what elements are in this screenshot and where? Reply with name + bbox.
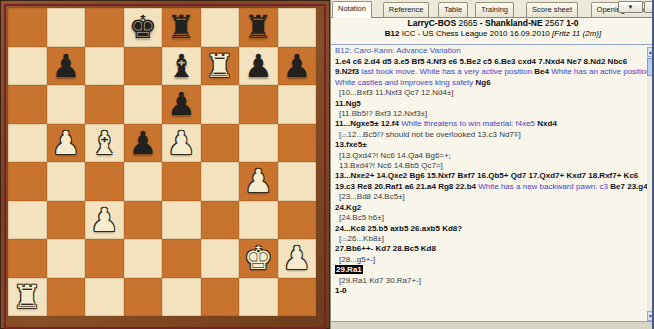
- square-h3[interactable]: [278, 201, 317, 240]
- square-b6[interactable]: [47, 85, 86, 124]
- square-h8[interactable]: [278, 8, 317, 47]
- notation-line[interactable]: 13.Bxd4?! Nc6 14.Bb5 Qc7=]: [331, 161, 647, 171]
- move-text[interactable]: 11...Ngxe5± 12.f4: [335, 119, 399, 128]
- header-text: 1-0: [564, 18, 579, 28]
- black-rook-g8[interactable]: ♜: [244, 8, 273, 47]
- tab-table[interactable]: Table: [438, 2, 468, 17]
- notation-line[interactable]: 1-0: [331, 286, 647, 296]
- square-e3[interactable]: [162, 201, 201, 240]
- square-g7[interactable]: ♟: [239, 47, 278, 86]
- square-b1[interactable]: [47, 278, 86, 317]
- notation-line[interactable]: 11...Ngxe5± 12.f4 White threatens to win…: [331, 119, 647, 129]
- annotation-text[interactable]: White has an active position: [551, 67, 647, 76]
- header-divider: [331, 44, 654, 45]
- square-d5[interactable]: ♟: [124, 124, 163, 163]
- move-text[interactable]: [28...g5+-]: [339, 255, 375, 264]
- notation-panel: NotationReferenceTableTrainingScore shee…: [330, 0, 654, 329]
- notation-line[interactable]: 27.Bb6++- Kd7 28.Bc5 Kd8: [331, 244, 647, 254]
- event-line: B12 ICC - US Chess League 2010 16.09.201…: [331, 29, 654, 39]
- notation-line[interactable]: 11.Ng5: [331, 99, 647, 109]
- header-text: Shankland-NE: [483, 18, 543, 28]
- square-d6[interactable]: [124, 85, 163, 124]
- black-pawn-d5[interactable]: ♟: [128, 124, 157, 163]
- notation-line[interactable]: 13.fxe5±: [331, 140, 647, 150]
- square-b5[interactable]: ♟: [47, 124, 86, 163]
- notation-line[interactable]: 1.e4 c6 2.d4 d5 3.e5 Bf5 4.Nf3 e6 5.Be2 …: [331, 57, 647, 67]
- header-text: B12: [385, 29, 400, 38]
- square-d7[interactable]: [124, 47, 163, 86]
- square-d3[interactable]: [124, 201, 163, 240]
- white-rook-a1[interactable]: ♜: [13, 278, 42, 317]
- square-c4[interactable]: [85, 162, 124, 201]
- square-e2[interactable]: [162, 239, 201, 278]
- square-f2[interactable]: [201, 239, 240, 278]
- move-text[interactable]: 9.N2f3: [335, 67, 359, 76]
- opening-name: B12: Caro-Kann: Advance Variation: [335, 46, 461, 56]
- notation-line[interactable]: [13.Qxd4?! Nc6 14.Qa4 Bg6=+;: [331, 151, 647, 161]
- move-text[interactable]: 1.e4 c6 2.d4 d5 3.e5 Bf5 4.Nf3 e6 5.Be2 …: [335, 57, 627, 66]
- square-g3[interactable]: [239, 201, 278, 240]
- square-h4[interactable]: [278, 162, 317, 201]
- notation-line[interactable]: 29.Ra1: [331, 265, 647, 275]
- square-f6[interactable]: [201, 85, 240, 124]
- notation-line[interactable]: 24...Kc8 25.b5 axb5 26.axb5 Kd8?: [331, 224, 647, 234]
- notation-line[interactable]: 19.c3 Re8 20.Raf1 a6 21.a4 Rg8 22.b4 Whi…: [331, 182, 647, 192]
- square-f1[interactable]: [201, 278, 240, 317]
- annotation-text[interactable]: White castles and improves king safety: [335, 78, 473, 87]
- square-d4[interactable]: [124, 162, 163, 201]
- tab-notation[interactable]: Notation: [332, 1, 372, 18]
- square-b8[interactable]: [47, 8, 86, 47]
- square-e6[interactable]: ♟: [162, 85, 201, 124]
- square-a3[interactable]: [8, 201, 47, 240]
- square-c2[interactable]: [85, 239, 124, 278]
- notation-line[interactable]: [29.Ra1 Kd7 30.Ra7+-]: [331, 276, 647, 286]
- tab-bar: NotationReferenceTableTrainingScore shee…: [331, 0, 654, 18]
- square-a2[interactable]: [8, 239, 47, 278]
- move-text[interactable]: Nxd4: [537, 119, 557, 128]
- move-text[interactable]: 13.Bxd4?! Nc6 14.Bb5 Qc7=]: [339, 161, 443, 170]
- square-g8[interactable]: ♜: [239, 8, 278, 47]
- square-f7[interactable]: ♜: [201, 47, 240, 86]
- square-e4[interactable]: [162, 162, 201, 201]
- move-text[interactable]: Be7 23.g4 Kd7: [610, 182, 647, 191]
- board-frame: ♚♜♜♟♝♜♟♟♟♟♝♟♟♟♟♚♟♜: [0, 0, 330, 329]
- tab-reference[interactable]: Reference: [383, 2, 430, 17]
- notation-line[interactable]: 13...Nxe2+ 14.Qxe2 Bg6 15.Nxf7 Bxf7 16.Q…: [331, 171, 647, 181]
- move-text[interactable]: [⌓12...Bc5!? should not be overlooked 13…: [339, 130, 521, 139]
- black-pawn-e6[interactable]: ♟: [167, 85, 196, 124]
- move-text[interactable]: [29.Ra1 Kd7 30.Ra7+-]: [339, 276, 421, 285]
- notation-line[interactable]: [10...Bxf3 11.Nxf3 Qc7 12.Nd4±]: [331, 88, 647, 98]
- square-f8[interactable]: [201, 8, 240, 47]
- move-text[interactable]: 1-0: [335, 286, 347, 295]
- annotation-text[interactable]: White threatens to win material: f4xe5: [401, 119, 535, 128]
- move-text[interactable]: 19.c3 Re8 20.Raf1 a6 21.a4 Rg8 22.b4: [335, 182, 476, 191]
- square-f5[interactable]: [201, 124, 240, 163]
- black-rook-e8[interactable]: ♜: [167, 8, 196, 47]
- notation-line[interactable]: 9.N2f3 last book move. White has a very …: [331, 67, 647, 77]
- move-text[interactable]: Be4: [534, 67, 549, 76]
- tab-training[interactable]: Training: [475, 2, 514, 17]
- square-g5[interactable]: [239, 124, 278, 163]
- header-text: 2567: [543, 18, 564, 28]
- square-e7[interactable]: ♝: [162, 47, 201, 86]
- notation-line[interactable]: [⌓12...Bc5!? should not be overlooked 13…: [331, 130, 647, 140]
- white-bishop-c5[interactable]: ♝: [90, 124, 119, 163]
- move-text[interactable]: 13.fxe5±: [335, 140, 367, 149]
- square-b4[interactable]: [47, 162, 86, 201]
- move-text[interactable]: [10...Bxf3 11.Nxf3 Qc7 12.Nd4±]: [339, 88, 454, 97]
- annotation-text[interactable]: White has a new backward pawn: c3: [478, 182, 608, 191]
- white-pawn-h2[interactable]: ♟: [282, 239, 311, 278]
- square-c3[interactable]: ♟: [85, 201, 124, 240]
- white-pawn-g4[interactable]: ♟: [244, 162, 273, 201]
- square-h7[interactable]: ♟: [278, 47, 317, 86]
- move-text[interactable]: Ng6: [476, 78, 491, 87]
- move-text[interactable]: [⌓26...Kb8±]: [339, 234, 384, 243]
- move-text[interactable]: [11.Bb5!? Bxf3 12.Nxf3±]: [339, 109, 427, 118]
- square-d2[interactable]: [124, 239, 163, 278]
- square-a5[interactable]: [8, 124, 47, 163]
- square-h1[interactable]: [278, 278, 317, 317]
- black-bishop-e7[interactable]: ♝: [167, 47, 196, 86]
- square-h6[interactable]: [278, 85, 317, 124]
- square-d8[interactable]: ♚: [124, 8, 163, 47]
- square-d1[interactable]: [124, 278, 163, 317]
- move-text[interactable]: [13.Qxd4?! Nc6 14.Qa4 Bg6=+;: [339, 151, 451, 160]
- square-b3[interactable]: [47, 201, 86, 240]
- current-move[interactable]: 29.Ra1: [335, 265, 363, 274]
- square-f3[interactable]: [201, 201, 240, 240]
- square-b2[interactable]: [47, 239, 86, 278]
- square-a8[interactable]: [8, 8, 47, 47]
- move-text[interactable]: [24.Bc5 h6±]: [339, 213, 384, 222]
- white-pawn-e5[interactable]: ♟: [167, 124, 196, 163]
- square-f4[interactable]: [201, 162, 240, 201]
- header-text: 2665: [456, 18, 477, 28]
- square-c5[interactable]: ♝: [85, 124, 124, 163]
- square-g1[interactable]: [239, 278, 278, 317]
- tab-score-sheet[interactable]: Score sheet: [526, 2, 578, 17]
- square-g6[interactable]: [239, 85, 278, 124]
- game-header: LarryC-BOS 2665 - Shankland-NE 2567 1-0 …: [331, 18, 654, 39]
- move-text[interactable]: 13...Nxe2+ 14.Qxe2 Bg6 15.Nxf7 Bxf7 16.Q…: [335, 171, 638, 180]
- black-pawn-h7[interactable]: ♟: [282, 47, 311, 86]
- notation-line[interactable]: [24.Bc5 h6±]: [331, 213, 647, 223]
- notation-line[interactable]: [28...g5+-]: [331, 255, 647, 265]
- square-g2[interactable]: ♚: [239, 239, 278, 278]
- square-h2[interactable]: ♟: [278, 239, 317, 278]
- square-a4[interactable]: [8, 162, 47, 201]
- move-text[interactable]: 24.Kg2: [335, 203, 361, 212]
- square-b7[interactable]: ♟: [47, 47, 86, 86]
- chevron-down-icon: ▼: [628, 3, 634, 11]
- square-e5[interactable]: ♟: [162, 124, 201, 163]
- move-text[interactable]: 27.Bb6++- Kd7 28.Bc5 Kd8: [335, 244, 436, 253]
- move-text[interactable]: 24...Kc8 25.b5 axb5 26.axb5 Kd8?: [335, 224, 462, 233]
- notation-lines[interactable]: 1.e4 c6 2.d4 d5 3.e5 Bf5 4.Nf3 e6 5.Be2 …: [331, 57, 647, 296]
- notation-line[interactable]: [⌓26...Kb8±]: [331, 234, 647, 244]
- black-pawn-g7[interactable]: ♟: [244, 47, 273, 86]
- black-king-d8[interactable]: ♚: [128, 8, 157, 47]
- square-c6[interactable]: [85, 85, 124, 124]
- square-h5[interactable]: [278, 124, 317, 163]
- square-e1[interactable]: [162, 278, 201, 317]
- notation-line[interactable]: 24.Kg2: [331, 203, 647, 213]
- notation-line[interactable]: [23...Bd8 24.Bc5±]: [331, 192, 647, 202]
- move-text[interactable]: [23...Bd8 24.Bc5±]: [339, 192, 405, 201]
- square-e8[interactable]: ♜: [162, 8, 201, 47]
- white-king-g2[interactable]: ♚: [244, 239, 273, 278]
- notation-line[interactable]: White castles and improves king safety N…: [331, 78, 647, 88]
- move-text[interactable]: 11.Ng5: [335, 99, 361, 108]
- black-pawn-b7[interactable]: ♟: [51, 47, 80, 86]
- panel-dropdown-button[interactable]: ▼: [618, 1, 643, 13]
- square-c8[interactable]: [85, 8, 124, 47]
- square-a6[interactable]: [8, 85, 47, 124]
- header-text: [Fritz 11 (2m)]: [550, 29, 601, 38]
- notation-line[interactable]: [11.Bb5!? Bxf3 12.Nxf3±]: [331, 109, 647, 119]
- panel-bottom-edge: [331, 321, 654, 329]
- square-a7[interactable]: [8, 47, 47, 86]
- chess-board[interactable]: ♚♜♜♟♝♜♟♟♟♟♝♟♟♟♟♚♟♜: [8, 8, 316, 316]
- square-c1[interactable]: [85, 278, 124, 317]
- white-rook-f7[interactable]: ♜: [205, 47, 234, 86]
- players-line: LarryC-BOS 2665 - Shankland-NE 2567 1-0: [331, 18, 654, 29]
- square-c7[interactable]: [85, 47, 124, 86]
- chess-app-window: ♚♜♜♟♝♜♟♟♟♟♝♟♟♟♟♚♟♜ NotationReferenceTabl…: [0, 0, 654, 329]
- white-pawn-b5[interactable]: ♟: [51, 124, 80, 163]
- header-text: LarryC-BOS: [407, 18, 456, 28]
- white-pawn-c3[interactable]: ♟: [90, 201, 119, 240]
- annotation-text[interactable]: last book move. White has a very active …: [361, 67, 532, 76]
- square-a1[interactable]: ♜: [8, 278, 47, 317]
- square-g4[interactable]: ♟: [239, 162, 278, 201]
- header-text: ICC - US Chess League 2010 16.09.2010: [399, 29, 549, 38]
